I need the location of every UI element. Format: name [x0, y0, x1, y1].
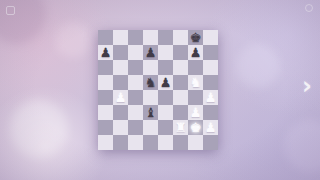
square-b8[interactable]: [113, 30, 128, 45]
square-h2[interactable]: ♟: [203, 120, 218, 135]
square-g4[interactable]: [188, 90, 203, 105]
piece-white-king[interactable]: ♚: [190, 120, 202, 135]
square-b6[interactable]: [113, 60, 128, 75]
square-h1[interactable]: [203, 135, 218, 150]
square-b2[interactable]: [113, 120, 128, 135]
square-a5[interactable]: [98, 75, 113, 90]
piece-white-knight[interactable]: ♞: [190, 75, 202, 90]
piece-white-pawn[interactable]: ♟: [115, 90, 127, 105]
chess-board[interactable]: ♚♟♟♟♞♟♞♟♟♝♟♜♚♟: [98, 30, 218, 150]
square-g2[interactable]: ♚: [188, 120, 203, 135]
piece-white-pawn[interactable]: ♟: [205, 120, 217, 135]
square-h7[interactable]: [203, 45, 218, 60]
square-c1[interactable]: [128, 135, 143, 150]
bokeh-circle: [55, 22, 91, 58]
square-g7[interactable]: ♟: [188, 45, 203, 60]
square-c7[interactable]: [128, 45, 143, 60]
square-f7[interactable]: [173, 45, 188, 60]
square-a2[interactable]: [98, 120, 113, 135]
chevron-right-icon: ›: [302, 72, 312, 100]
square-b5[interactable]: [113, 75, 128, 90]
square-a6[interactable]: [98, 60, 113, 75]
piece-black-pawn[interactable]: ♟: [145, 45, 157, 60]
square-e4[interactable]: [158, 90, 173, 105]
square-g8[interactable]: ♚: [188, 30, 203, 45]
square-d1[interactable]: [143, 135, 158, 150]
square-c2[interactable]: [128, 120, 143, 135]
square-e2[interactable]: [158, 120, 173, 135]
piece-black-king[interactable]: ♚: [190, 30, 202, 45]
square-g6[interactable]: [188, 60, 203, 75]
next-puzzle-button[interactable]: ›: [298, 72, 316, 100]
square-f8[interactable]: [173, 30, 188, 45]
square-d3[interactable]: ♝: [143, 105, 158, 120]
square-d5[interactable]: ♞: [143, 75, 158, 90]
square-b1[interactable]: [113, 135, 128, 150]
square-f4[interactable]: [173, 90, 188, 105]
square-a3[interactable]: [98, 105, 113, 120]
bokeh-circle: [284, 120, 320, 172]
square-c3[interactable]: [128, 105, 143, 120]
square-e1[interactable]: [158, 135, 173, 150]
square-a7[interactable]: ♟: [98, 45, 113, 60]
square-f3[interactable]: [173, 105, 188, 120]
square-a8[interactable]: [98, 30, 113, 45]
settings-icon[interactable]: [305, 4, 313, 12]
square-d2[interactable]: [143, 120, 158, 135]
piece-black-pawn[interactable]: ♟: [190, 45, 202, 60]
square-b7[interactable]: [113, 45, 128, 60]
square-b4[interactable]: ♟: [113, 90, 128, 105]
square-e5[interactable]: ♟: [158, 75, 173, 90]
piece-black-knight[interactable]: ♞: [145, 75, 157, 90]
square-c8[interactable]: [128, 30, 143, 45]
square-h8[interactable]: [203, 30, 218, 45]
piece-black-pawn[interactable]: ♟: [160, 75, 172, 90]
square-e3[interactable]: [158, 105, 173, 120]
square-f5[interactable]: [173, 75, 188, 90]
piece-black-pawn[interactable]: ♟: [100, 45, 112, 60]
square-d7[interactable]: ♟: [143, 45, 158, 60]
square-e6[interactable]: [158, 60, 173, 75]
piece-white-pawn[interactable]: ♟: [190, 105, 202, 120]
square-a4[interactable]: [98, 90, 113, 105]
square-h3[interactable]: [203, 105, 218, 120]
app-screen: ♚♟♟♟♞♟♞♟♟♝♟♜♚♟ ›: [0, 0, 320, 180]
square-h5[interactable]: [203, 75, 218, 90]
bokeh-circle: [236, 44, 280, 88]
square-d8[interactable]: [143, 30, 158, 45]
square-d4[interactable]: [143, 90, 158, 105]
bokeh-circle: [10, 100, 68, 158]
square-e7[interactable]: [158, 45, 173, 60]
square-f1[interactable]: [173, 135, 188, 150]
square-b3[interactable]: [113, 105, 128, 120]
square-c4[interactable]: [128, 90, 143, 105]
square-f2[interactable]: ♜: [173, 120, 188, 135]
square-d6[interactable]: [143, 60, 158, 75]
menu-icon[interactable]: [6, 6, 15, 15]
square-g1[interactable]: [188, 135, 203, 150]
piece-black-bishop[interactable]: ♝: [145, 105, 157, 120]
square-c5[interactable]: [128, 75, 143, 90]
square-c6[interactable]: [128, 60, 143, 75]
square-a1[interactable]: [98, 135, 113, 150]
piece-white-pawn[interactable]: ♟: [205, 90, 217, 105]
square-g3[interactable]: ♟: [188, 105, 203, 120]
square-h4[interactable]: ♟: [203, 90, 218, 105]
square-g5[interactable]: ♞: [188, 75, 203, 90]
square-h6[interactable]: [203, 60, 218, 75]
piece-white-rook[interactable]: ♜: [175, 120, 187, 135]
square-e8[interactable]: [158, 30, 173, 45]
square-f6[interactable]: [173, 60, 188, 75]
